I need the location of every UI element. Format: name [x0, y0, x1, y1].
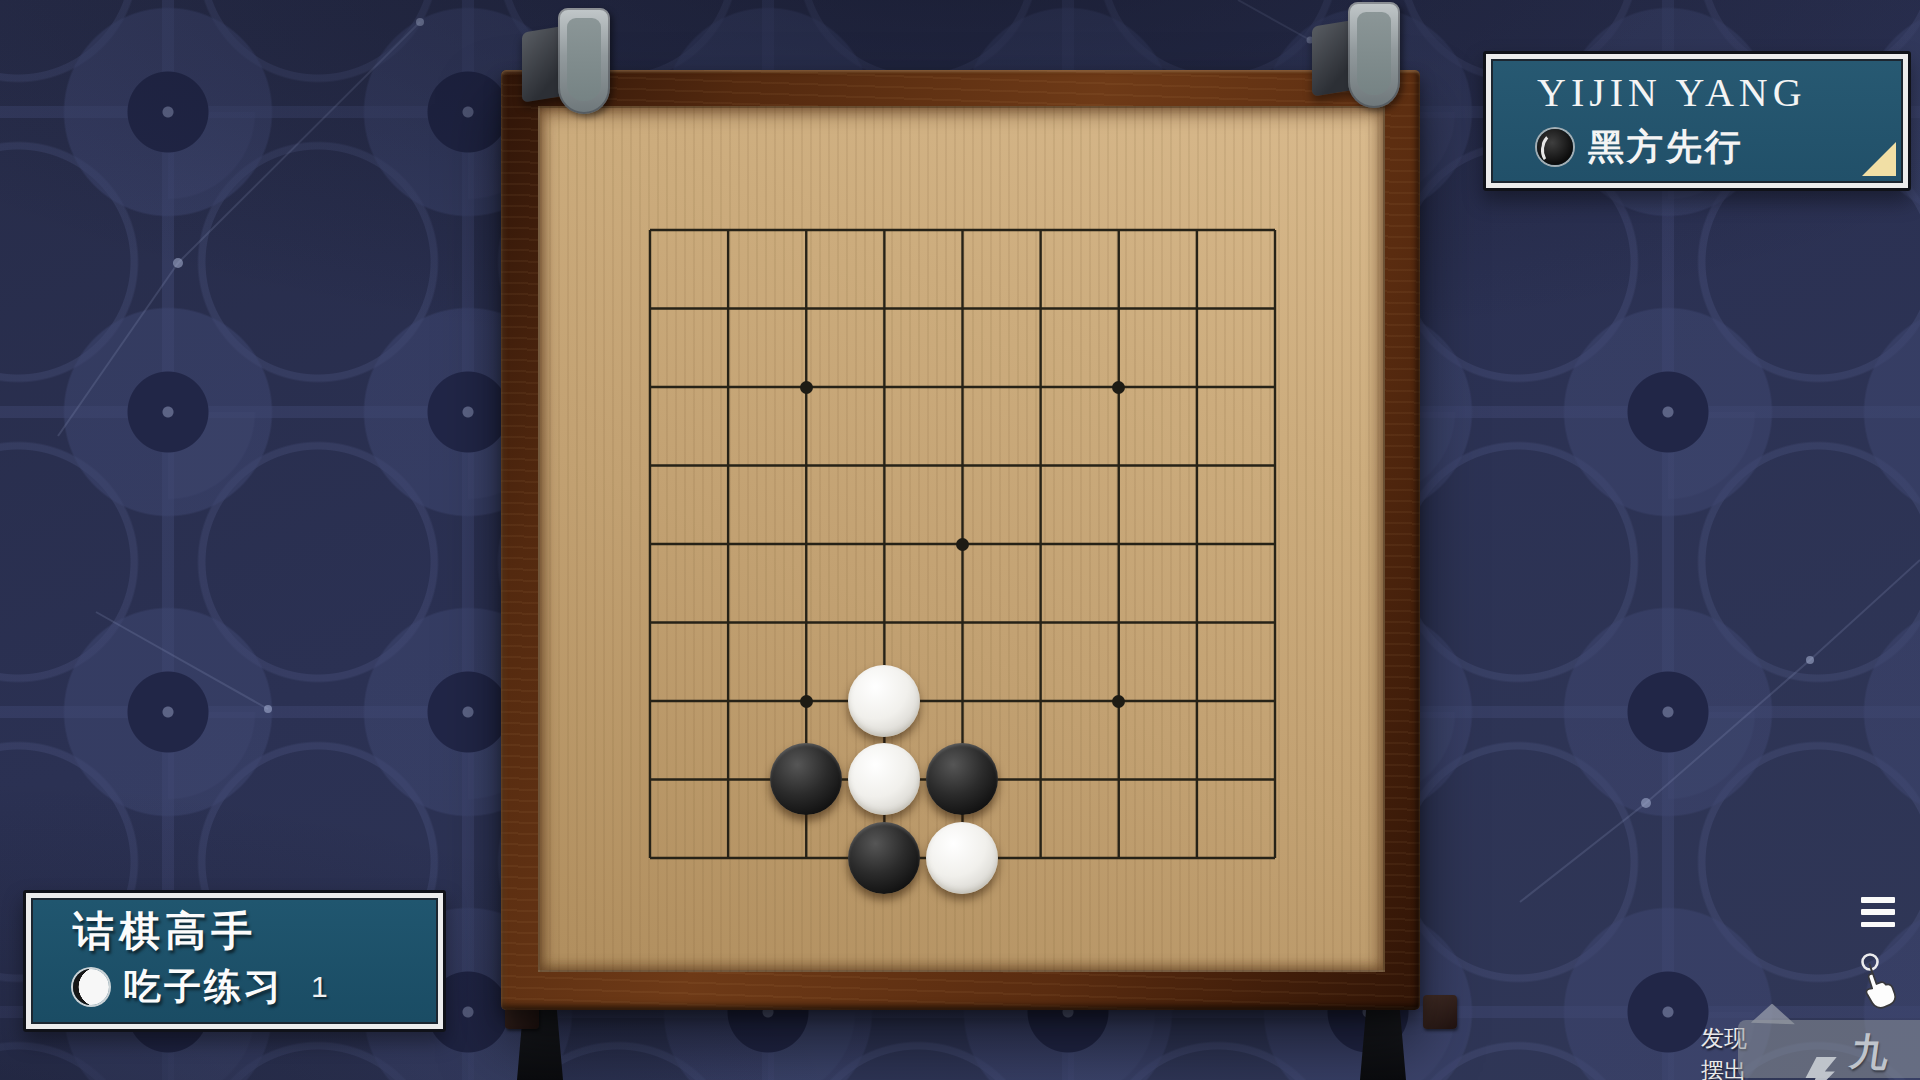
board-point-c8-r5[interactable] — [1158, 505, 1236, 583]
board-point-c2-r4[interactable] — [689, 426, 767, 504]
white-stone — [926, 822, 998, 894]
board-point-c3-r3[interactable] — [767, 348, 845, 426]
board-point-c4-r7[interactable] — [845, 662, 923, 740]
watermark-text: 九游 — [1839, 1027, 1920, 1080]
easel-leg-bracket-right — [1423, 995, 1457, 1029]
board-point-c9-r4[interactable] — [1236, 426, 1314, 504]
board-point-c9-r1[interactable] — [1236, 191, 1314, 269]
board-clamp-right — [1312, 2, 1410, 112]
board-point-c4-r9[interactable] — [845, 819, 923, 897]
board-point-c6-r8[interactable] — [1002, 740, 1080, 818]
board-point-c1-r6[interactable] — [611, 583, 689, 661]
board-point-c1-r9[interactable] — [611, 819, 689, 897]
board-point-c6-r4[interactable] — [1002, 426, 1080, 504]
board-point-c2-r8[interactable] — [689, 740, 767, 818]
board-point-c3-r8[interactable] — [767, 740, 845, 818]
board-point-c6-r7[interactable] — [1002, 662, 1080, 740]
board-point-c2-r5[interactable] — [689, 505, 767, 583]
board-point-c7-r3[interactable] — [1080, 348, 1158, 426]
board-point-c1-r7[interactable] — [611, 662, 689, 740]
board-point-c7-r6[interactable] — [1080, 583, 1158, 661]
board-point-c6-r3[interactable] — [1002, 348, 1080, 426]
turn-indicator-label: 黑方先行 — [1588, 123, 1744, 172]
board-point-c6-r2[interactable] — [1002, 269, 1080, 347]
board-point-c7-r4[interactable] — [1080, 426, 1158, 504]
board-point-c5-r1[interactable] — [923, 191, 1001, 269]
board-point-c9-r7[interactable] — [1236, 662, 1314, 740]
board-point-c8-r4[interactable] — [1158, 426, 1236, 504]
game-screen: YIJIN YANG 黑方先行 诘棋高手 吃子练习 1 发现 摆出 — [0, 0, 1920, 1080]
board-point-c4-r3[interactable] — [845, 348, 923, 426]
board-point-c4-r5[interactable] — [845, 505, 923, 583]
lesson-panel: 诘棋高手 吃子练习 1 — [23, 890, 446, 1032]
board-point-c9-r2[interactable] — [1236, 269, 1314, 347]
board-point-c7-r1[interactable] — [1080, 191, 1158, 269]
board-point-c3-r4[interactable] — [767, 426, 845, 504]
board-point-c1-r3[interactable] — [611, 348, 689, 426]
board-point-c5-r3[interactable] — [923, 348, 1001, 426]
board-point-c8-r7[interactable] — [1158, 662, 1236, 740]
board-point-c8-r1[interactable] — [1158, 191, 1236, 269]
board-point-c4-r4[interactable] — [845, 426, 923, 504]
board-point-c3-r1[interactable] — [767, 191, 845, 269]
black-stone-icon — [1537, 129, 1573, 165]
black-stone — [926, 743, 998, 815]
board-point-c3-r5[interactable] — [767, 505, 845, 583]
board-point-c3-r6[interactable] — [767, 583, 845, 661]
player-name: YIJIN YANG — [1537, 71, 1901, 115]
board-point-c2-r2[interactable] — [689, 269, 767, 347]
board-point-c1-r2[interactable] — [611, 269, 689, 347]
board-point-c2-r9[interactable] — [689, 819, 767, 897]
lesson-number: 1 — [311, 970, 328, 1004]
board-point-c7-r9[interactable] — [1080, 819, 1158, 897]
white-stone-icon — [73, 969, 109, 1005]
board-point-c8-r3[interactable] — [1158, 348, 1236, 426]
board-point-c3-r9[interactable] — [767, 819, 845, 897]
hamburger-menu-icon[interactable] — [1861, 897, 1895, 927]
board-point-c9-r8[interactable] — [1236, 740, 1314, 818]
board-point-c1-r8[interactable] — [611, 740, 689, 818]
board-point-c8-r6[interactable] — [1158, 583, 1236, 661]
board-point-c7-r2[interactable] — [1080, 269, 1158, 347]
board-point-c6-r1[interactable] — [1002, 191, 1080, 269]
board-point-c7-r5[interactable] — [1080, 505, 1158, 583]
board-point-c2-r6[interactable] — [689, 583, 767, 661]
board-point-c8-r2[interactable] — [1158, 269, 1236, 347]
player-turn-panel[interactable]: YIJIN YANG 黑方先行 — [1483, 51, 1911, 191]
board-point-c9-r3[interactable] — [1236, 348, 1314, 426]
black-stone — [848, 822, 920, 894]
board-point-c9-r5[interactable] — [1236, 505, 1314, 583]
board-point-c5-r8[interactable] — [923, 740, 1001, 818]
board-point-c5-r9[interactable] — [923, 819, 1001, 897]
board-point-c8-r9[interactable] — [1158, 819, 1236, 897]
board-point-c6-r9[interactable] — [1002, 819, 1080, 897]
watermark-logo-icon — [1800, 1055, 1839, 1080]
board-point-c5-r4[interactable] — [923, 426, 1001, 504]
board-point-c3-r2[interactable] — [767, 269, 845, 347]
hand-pointer-icon — [1856, 953, 1904, 1011]
board-point-c1-r1[interactable] — [611, 191, 689, 269]
board-point-c5-r2[interactable] — [923, 269, 1001, 347]
board-point-c4-r2[interactable] — [845, 269, 923, 347]
easel-leg-right — [1360, 1006, 1406, 1080]
white-stone — [848, 665, 920, 737]
watermark: 九游 — [1800, 1027, 1920, 1080]
board-point-c4-r6[interactable] — [845, 583, 923, 661]
board-point-c3-r7[interactable] — [767, 662, 845, 740]
lesson-subtitle: 吃子练习 — [124, 962, 284, 1012]
board-point-c1-r5[interactable] — [611, 505, 689, 583]
go-board[interactable] — [611, 191, 1314, 897]
board-point-c7-r8[interactable] — [1080, 740, 1158, 818]
board-point-c2-r3[interactable] — [689, 348, 767, 426]
board-point-c5-r5[interactable] — [923, 505, 1001, 583]
lesson-title: 诘棋高手 — [73, 910, 436, 953]
board-point-c5-r7[interactable] — [923, 662, 1001, 740]
board-point-c1-r4[interactable] — [611, 426, 689, 504]
white-stone — [848, 743, 920, 815]
board-point-c2-r7[interactable] — [689, 662, 767, 740]
board-point-c9-r6[interactable] — [1236, 583, 1314, 661]
board-point-c4-r1[interactable] — [845, 191, 923, 269]
black-stone — [770, 743, 842, 815]
clamp-clip — [558, 8, 610, 114]
panel-fold-triangle — [1862, 142, 1896, 176]
board-point-c5-r6[interactable] — [923, 583, 1001, 661]
board-point-c2-r1[interactable] — [689, 191, 767, 269]
clamp-clip — [1348, 2, 1400, 108]
board-clamp-left — [522, 8, 620, 118]
board-point-c4-r8[interactable] — [845, 740, 923, 818]
board-point-c7-r7[interactable] — [1080, 662, 1158, 740]
board-point-c6-r6[interactable] — [1002, 583, 1080, 661]
board-point-c6-r5[interactable] — [1002, 505, 1080, 583]
board-point-c8-r8[interactable] — [1158, 740, 1236, 818]
board-point-c9-r9[interactable] — [1236, 819, 1314, 897]
